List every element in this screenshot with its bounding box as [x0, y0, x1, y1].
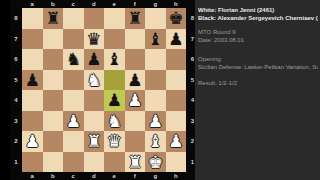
- square-g1[interactable]: ♚: [145, 152, 166, 173]
- piece-black-queen[interactable]: ♛: [84, 29, 105, 50]
- file-label: e: [104, 172, 125, 180]
- square-h7[interactable]: ♟: [166, 29, 187, 50]
- file-label: e: [104, 0, 125, 8]
- square-b2[interactable]: [43, 131, 64, 152]
- square-e7[interactable]: [104, 29, 125, 50]
- file-label: b: [43, 172, 64, 180]
- black-player-label: Black: Alexander Sergeyevich Cherniaev (…: [198, 14, 318, 22]
- square-d2[interactable]: ♜: [84, 131, 105, 152]
- chess-board: ♜♜♚♛♝♟♞♟♝♟♞♟♟♟♟♞♟♟♜♛♝♟♜♚: [22, 8, 186, 172]
- square-c2[interactable]: [63, 131, 84, 152]
- square-e3[interactable]: ♞: [104, 111, 125, 132]
- square-e2[interactable]: ♛: [104, 131, 125, 152]
- square-d3[interactable]: [84, 111, 105, 132]
- square-h4[interactable]: [166, 90, 187, 111]
- result-label: Result: 1/2-1/2: [198, 79, 318, 87]
- piece-white-pawn[interactable]: ♟: [166, 131, 187, 152]
- square-d8[interactable]: [84, 8, 105, 29]
- file-label: c: [63, 172, 84, 180]
- rank-label: 6: [10, 49, 22, 70]
- game-info-panel: White: Florian Jenni (2461) Black: Alexa…: [195, 0, 320, 180]
- piece-black-king[interactable]: ♚: [166, 8, 187, 29]
- square-g2[interactable]: ♝: [145, 131, 166, 152]
- square-b7[interactable]: [43, 29, 64, 50]
- square-h5[interactable]: [166, 70, 187, 91]
- square-f3[interactable]: [125, 111, 146, 132]
- piece-white-pawn[interactable]: ♟: [22, 131, 43, 152]
- rank-labels-left: 87654321: [10, 8, 22, 172]
- square-a7[interactable]: [22, 29, 43, 50]
- rank-label: 4: [10, 90, 22, 111]
- square-c6[interactable]: ♞: [63, 49, 84, 70]
- rank-label: 2: [10, 131, 22, 152]
- square-c7[interactable]: [63, 29, 84, 50]
- opening-label: Opening:: [198, 55, 318, 63]
- white-player-label: White: Florian Jenni (2461): [198, 6, 318, 14]
- rank-label: 5: [10, 70, 22, 91]
- square-g4[interactable]: [145, 90, 166, 111]
- square-f5[interactable]: ♟: [125, 70, 146, 91]
- file-label: d: [84, 172, 105, 180]
- piece-white-knight[interactable]: ♞: [104, 111, 125, 132]
- square-d7[interactable]: ♛: [84, 29, 105, 50]
- square-e8[interactable]: [104, 8, 125, 29]
- rank-label: 3: [10, 111, 22, 132]
- file-label: h: [166, 0, 187, 8]
- file-label: a: [22, 172, 43, 180]
- square-d5[interactable]: ♞: [84, 70, 105, 91]
- file-label: c: [63, 0, 84, 8]
- file-label: f: [125, 0, 146, 8]
- square-g3[interactable]: ♟: [145, 111, 166, 132]
- square-c5[interactable]: [63, 70, 84, 91]
- piece-white-knight[interactable]: ♞: [84, 70, 105, 91]
- square-a8[interactable]: [22, 8, 43, 29]
- rank-labels-right: 87654321: [186, 8, 195, 172]
- rank-label: 1: [10, 152, 22, 173]
- piece-white-rook[interactable]: ♜: [125, 152, 146, 173]
- square-a3[interactable]: [22, 111, 43, 132]
- file-label: g: [145, 0, 166, 8]
- square-b3[interactable]: [43, 111, 64, 132]
- rank-label: 7: [10, 29, 22, 50]
- square-h3[interactable]: [166, 111, 187, 132]
- square-c4[interactable]: [63, 90, 84, 111]
- square-f6[interactable]: [125, 49, 146, 70]
- square-h1[interactable]: [166, 152, 187, 173]
- file-label: b: [43, 0, 64, 8]
- square-e6[interactable]: ♝: [104, 49, 125, 70]
- event-label: MTO Round 9: [198, 28, 318, 36]
- piece-white-king[interactable]: ♚: [145, 152, 166, 173]
- square-e5[interactable]: [104, 70, 125, 91]
- square-a4[interactable]: [22, 90, 43, 111]
- piece-black-pawn[interactable]: ♟: [84, 49, 105, 70]
- square-f7[interactable]: [125, 29, 146, 50]
- square-h8[interactable]: ♚: [166, 8, 187, 29]
- piece-black-bishop[interactable]: ♝: [145, 29, 166, 50]
- square-f8[interactable]: ♜: [125, 8, 146, 29]
- file-label: a: [22, 0, 43, 8]
- file-label: d: [84, 0, 105, 8]
- date-label: Date: 2003.08.01: [198, 36, 318, 44]
- square-h2[interactable]: ♟: [166, 131, 187, 152]
- square-g7[interactable]: ♝: [145, 29, 166, 50]
- square-g6[interactable]: [145, 49, 166, 70]
- file-label: g: [145, 172, 166, 180]
- piece-black-pawn[interactable]: ♟: [125, 70, 146, 91]
- file-label: h: [166, 172, 187, 180]
- square-d1[interactable]: [84, 152, 105, 173]
- piece-black-pawn[interactable]: ♟: [104, 90, 125, 111]
- square-b4[interactable]: [43, 90, 64, 111]
- rank-label: 8: [10, 8, 22, 29]
- square-f4[interactable]: ♟: [125, 90, 146, 111]
- square-d4[interactable]: [84, 90, 105, 111]
- board-frame: abcdefgh 87654321 87654321 abcdefgh ♜♜♚♛…: [10, 0, 195, 180]
- piece-black-rook[interactable]: ♜: [43, 8, 64, 29]
- square-a6[interactable]: [22, 49, 43, 70]
- square-b5[interactable]: [43, 70, 64, 91]
- square-e4[interactable]: ♟: [104, 90, 125, 111]
- file-label: f: [125, 172, 146, 180]
- piece-white-rook[interactable]: ♜: [84, 131, 105, 152]
- square-c3[interactable]: ♟: [63, 111, 84, 132]
- square-g5[interactable]: [145, 70, 166, 91]
- piece-black-bishop[interactable]: ♝: [104, 49, 125, 70]
- square-b1[interactable]: [43, 152, 64, 173]
- piece-white-pawn[interactable]: ♟: [145, 111, 166, 132]
- piece-black-pawn[interactable]: ♟: [166, 29, 187, 50]
- square-h6[interactable]: [166, 49, 187, 70]
- square-f2[interactable]: [125, 131, 146, 152]
- opening-value: Sicilian Defense: Lasker-Pelikan Variati…: [198, 63, 318, 71]
- square-c8[interactable]: [63, 8, 84, 29]
- piece-black-pawn[interactable]: ♟: [22, 70, 43, 91]
- square-a1[interactable]: [22, 152, 43, 173]
- piece-black-knight[interactable]: ♞: [63, 49, 84, 70]
- square-g8[interactable]: [145, 8, 166, 29]
- piece-white-queen[interactable]: ♛: [104, 131, 125, 152]
- square-a5[interactable]: ♟: [22, 70, 43, 91]
- file-labels-top: abcdefgh: [22, 0, 186, 8]
- square-e1[interactable]: [104, 152, 125, 173]
- square-f1[interactable]: ♜: [125, 152, 146, 173]
- piece-white-pawn[interactable]: ♟: [125, 90, 146, 111]
- piece-black-rook[interactable]: ♜: [125, 8, 146, 29]
- square-d6[interactable]: ♟: [84, 49, 105, 70]
- file-labels-bottom: abcdefgh: [22, 172, 186, 180]
- square-a2[interactable]: ♟: [22, 131, 43, 152]
- piece-white-bishop[interactable]: ♝: [145, 131, 166, 152]
- square-b6[interactable]: [43, 49, 64, 70]
- square-b8[interactable]: ♜: [43, 8, 64, 29]
- square-c1[interactable]: [63, 152, 84, 173]
- piece-white-pawn[interactable]: ♟: [63, 111, 84, 132]
